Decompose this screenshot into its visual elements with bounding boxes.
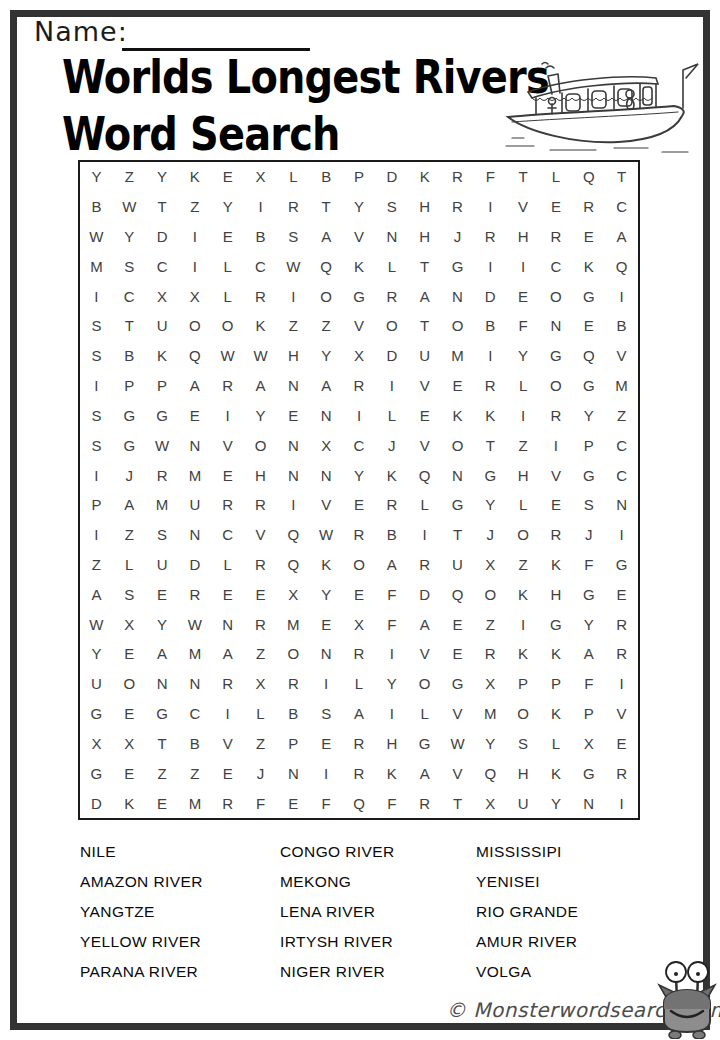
grid-cell[interactable]: X	[113, 609, 146, 639]
grid-cell[interactable]: I	[507, 609, 540, 639]
grid-cell[interactable]: K	[507, 639, 540, 669]
grid-cell[interactable]: E	[146, 579, 179, 609]
grid-cell[interactable]: G	[80, 699, 113, 729]
grid-cell[interactable]: J	[572, 520, 605, 550]
grid-cell[interactable]: X	[244, 669, 277, 699]
grid-cell[interactable]: R	[244, 609, 277, 639]
grid-cell[interactable]: A	[408, 758, 441, 788]
grid-cell[interactable]: N	[277, 430, 310, 460]
grid-cell[interactable]: S	[113, 251, 146, 281]
grid-cell[interactable]: N	[211, 609, 244, 639]
grid-cell[interactable]: L	[343, 669, 376, 699]
grid-cell[interactable]: L	[540, 729, 573, 759]
grid-cell[interactable]: P	[146, 371, 179, 401]
grid-cell[interactable]: F	[572, 550, 605, 580]
grid-cell[interactable]: E	[343, 579, 376, 609]
grid-cell[interactable]: I	[80, 371, 113, 401]
grid-cell[interactable]: I	[244, 192, 277, 222]
grid-cell[interactable]: Z	[80, 550, 113, 580]
grid-cell[interactable]: Y	[507, 341, 540, 371]
grid-cell[interactable]: Z	[113, 520, 146, 550]
grid-cell[interactable]: X	[474, 788, 507, 818]
grid-cell[interactable]: G	[572, 281, 605, 311]
grid-cell[interactable]: R	[277, 192, 310, 222]
grid-cell[interactable]: D	[474, 281, 507, 311]
grid-cell[interactable]: Q	[408, 460, 441, 490]
grid-cell[interactable]: E	[113, 639, 146, 669]
grid-cell[interactable]: Z	[605, 401, 638, 431]
grid-cell[interactable]: G	[80, 758, 113, 788]
grid-cell[interactable]: U	[80, 669, 113, 699]
grid-cell[interactable]: C	[605, 430, 638, 460]
grid-cell[interactable]: D	[408, 579, 441, 609]
grid-cell[interactable]: T	[146, 729, 179, 759]
grid-cell[interactable]: D	[146, 222, 179, 252]
grid-cell[interactable]: B	[113, 341, 146, 371]
grid-cell[interactable]: F	[375, 579, 408, 609]
grid-cell[interactable]: M	[146, 490, 179, 520]
grid-cell[interactable]: L	[408, 490, 441, 520]
grid-cell[interactable]: G	[441, 490, 474, 520]
grid-cell[interactable]: M	[441, 341, 474, 371]
grid-cell[interactable]: N	[540, 311, 573, 341]
grid-cell[interactable]: O	[310, 281, 343, 311]
grid-cell[interactable]: R	[277, 669, 310, 699]
grid-cell[interactable]: C	[211, 520, 244, 550]
grid-cell[interactable]: C	[540, 251, 573, 281]
grid-cell[interactable]: O	[178, 311, 211, 341]
grid-cell[interactable]: K	[408, 162, 441, 192]
grid-cell[interactable]: C	[244, 251, 277, 281]
grid-cell[interactable]: N	[441, 460, 474, 490]
grid-cell[interactable]: L	[277, 162, 310, 192]
grid-cell[interactable]: V	[211, 729, 244, 759]
grid-cell[interactable]: Y	[572, 401, 605, 431]
grid-cell[interactable]: F	[507, 311, 540, 341]
grid-cell[interactable]: M	[277, 609, 310, 639]
grid-cell[interactable]: E	[441, 639, 474, 669]
grid-cell[interactable]: A	[310, 371, 343, 401]
grid-cell[interactable]: I	[178, 222, 211, 252]
grid-cell[interactable]: E	[441, 371, 474, 401]
grid-cell[interactable]: V	[244, 520, 277, 550]
grid-cell[interactable]: E	[211, 222, 244, 252]
grid-cell[interactable]: K	[375, 460, 408, 490]
grid-cell[interactable]: X	[277, 579, 310, 609]
grid-cell[interactable]: P	[277, 729, 310, 759]
grid-cell[interactable]: M	[178, 460, 211, 490]
grid-cell[interactable]: N	[277, 371, 310, 401]
grid-cell[interactable]: T	[441, 520, 474, 550]
grid-cell[interactable]: K	[310, 550, 343, 580]
grid-cell[interactable]: X	[474, 669, 507, 699]
grid-cell[interactable]: X	[310, 430, 343, 460]
grid-cell[interactable]: I	[605, 520, 638, 550]
grid-cell[interactable]: E	[244, 579, 277, 609]
grid-cell[interactable]: G	[441, 669, 474, 699]
grid-cell[interactable]: J	[474, 520, 507, 550]
grid-cell[interactable]: R	[178, 579, 211, 609]
grid-cell[interactable]: E	[211, 758, 244, 788]
grid-cell[interactable]: S	[80, 311, 113, 341]
grid-cell[interactable]: U	[178, 490, 211, 520]
grid-cell[interactable]: X	[178, 281, 211, 311]
grid-cell[interactable]: L	[507, 371, 540, 401]
grid-cell[interactable]: O	[375, 311, 408, 341]
grid-cell[interactable]: N	[441, 281, 474, 311]
grid-cell[interactable]: V	[507, 192, 540, 222]
grid-cell[interactable]: Y	[343, 460, 376, 490]
grid-cell[interactable]: D	[375, 162, 408, 192]
grid-cell[interactable]: Z	[310, 311, 343, 341]
grid-cell[interactable]: R	[343, 639, 376, 669]
grid-cell[interactable]: Y	[244, 401, 277, 431]
grid-cell[interactable]: R	[408, 788, 441, 818]
grid-cell[interactable]: H	[408, 222, 441, 252]
grid-cell[interactable]: B	[375, 520, 408, 550]
grid-cell[interactable]: D	[80, 788, 113, 818]
grid-cell[interactable]: Z	[113, 162, 146, 192]
grid-cell[interactable]: B	[244, 222, 277, 252]
grid-cell[interactable]: O	[507, 520, 540, 550]
grid-cell[interactable]: M	[605, 371, 638, 401]
grid-cell[interactable]: Y	[310, 341, 343, 371]
grid-cell[interactable]: Q	[343, 788, 376, 818]
grid-cell[interactable]: V	[343, 311, 376, 341]
grid-cell[interactable]: I	[310, 669, 343, 699]
grid-cell[interactable]: H	[540, 579, 573, 609]
grid-cell[interactable]: Y	[375, 669, 408, 699]
grid-cell[interactable]: C	[605, 460, 638, 490]
grid-cell[interactable]: A	[408, 609, 441, 639]
grid-cell[interactable]: C	[343, 430, 376, 460]
grid-cell[interactable]: R	[605, 639, 638, 669]
grid-cell[interactable]: A	[211, 639, 244, 669]
grid-cell[interactable]: V	[605, 341, 638, 371]
grid-cell[interactable]: E	[211, 579, 244, 609]
grid-cell[interactable]: O	[540, 281, 573, 311]
grid-cell[interactable]: J	[244, 758, 277, 788]
grid-cell[interactable]: G	[572, 371, 605, 401]
grid-cell[interactable]: T	[605, 162, 638, 192]
grid-cell[interactable]: K	[540, 699, 573, 729]
grid-cell[interactable]: T	[113, 311, 146, 341]
grid-cell[interactable]: A	[113, 490, 146, 520]
grid-cell[interactable]: O	[244, 430, 277, 460]
grid-cell[interactable]: T	[474, 430, 507, 460]
grid-cell[interactable]: X	[343, 341, 376, 371]
grid-cell[interactable]: O	[474, 579, 507, 609]
grid-cell[interactable]: R	[343, 758, 376, 788]
grid-cell[interactable]: Z	[178, 758, 211, 788]
grid-cell[interactable]: T	[146, 192, 179, 222]
grid-cell[interactable]: W	[146, 430, 179, 460]
grid-cell[interactable]: I	[375, 699, 408, 729]
grid-cell[interactable]: U	[146, 311, 179, 341]
grid-cell[interactable]: S	[113, 579, 146, 609]
grid-cell[interactable]: U	[408, 341, 441, 371]
grid-cell[interactable]: I	[211, 699, 244, 729]
grid-cell[interactable]: Z	[244, 639, 277, 669]
grid-cell[interactable]: W	[277, 251, 310, 281]
grid-cell[interactable]: F	[375, 609, 408, 639]
grid-cell[interactable]: N	[572, 788, 605, 818]
grid-cell[interactable]: G	[343, 281, 376, 311]
grid-cell[interactable]: W	[80, 222, 113, 252]
grid-cell[interactable]: R	[244, 550, 277, 580]
grid-cell[interactable]: R	[211, 371, 244, 401]
grid-cell[interactable]: N	[310, 460, 343, 490]
grid-cell[interactable]: B	[80, 192, 113, 222]
grid-cell[interactable]: H	[408, 192, 441, 222]
grid-cell[interactable]: K	[375, 758, 408, 788]
grid-cell[interactable]: R	[244, 490, 277, 520]
grid-cell[interactable]: G	[146, 401, 179, 431]
grid-cell[interactable]: E	[178, 401, 211, 431]
grid-cell[interactable]: I	[474, 251, 507, 281]
grid-cell[interactable]: I	[80, 520, 113, 550]
grid-cell[interactable]: G	[408, 729, 441, 759]
grid-cell[interactable]: Q	[277, 520, 310, 550]
grid-cell[interactable]: O	[343, 550, 376, 580]
grid-cell[interactable]: R	[605, 609, 638, 639]
grid-cell[interactable]: V	[408, 639, 441, 669]
grid-cell[interactable]: Y	[540, 788, 573, 818]
grid-cell[interactable]: R	[211, 788, 244, 818]
grid-cell[interactable]: I	[343, 401, 376, 431]
grid-cell[interactable]: Z	[507, 430, 540, 460]
grid-cell[interactable]: R	[540, 222, 573, 252]
grid-cell[interactable]: A	[408, 281, 441, 311]
grid-cell[interactable]: E	[408, 401, 441, 431]
grid-cell[interactable]: E	[277, 788, 310, 818]
grid-cell[interactable]: X	[146, 281, 179, 311]
grid-cell[interactable]: Q	[474, 758, 507, 788]
grid-cell[interactable]: L	[211, 251, 244, 281]
grid-cell[interactable]: G	[441, 251, 474, 281]
grid-cell[interactable]: Q	[310, 251, 343, 281]
grid-cell[interactable]: F	[474, 162, 507, 192]
grid-cell[interactable]: I	[605, 669, 638, 699]
grid-cell[interactable]: I	[80, 281, 113, 311]
grid-cell[interactable]: I	[277, 281, 310, 311]
grid-cell[interactable]: W	[211, 341, 244, 371]
grid-cell[interactable]: R	[605, 758, 638, 788]
grid-cell[interactable]: I	[408, 520, 441, 550]
grid-cell[interactable]: U	[441, 550, 474, 580]
grid-cell[interactable]: Z	[146, 758, 179, 788]
grid-cell[interactable]: V	[605, 699, 638, 729]
grid-cell[interactable]: S	[146, 520, 179, 550]
grid-cell[interactable]: S	[80, 401, 113, 431]
grid-cell[interactable]: P	[572, 699, 605, 729]
grid-cell[interactable]: A	[244, 371, 277, 401]
grid-cell[interactable]: L	[113, 550, 146, 580]
grid-cell[interactable]: E	[540, 490, 573, 520]
grid-cell[interactable]: X	[244, 162, 277, 192]
grid-cell[interactable]: G	[113, 401, 146, 431]
grid-cell[interactable]: P	[113, 371, 146, 401]
grid-cell[interactable]: A	[178, 371, 211, 401]
grid-cell[interactable]: O	[507, 699, 540, 729]
grid-cell[interactable]: T	[408, 251, 441, 281]
grid-cell[interactable]: E	[277, 401, 310, 431]
grid-cell[interactable]: S	[277, 222, 310, 252]
grid-cell[interactable]: L	[375, 401, 408, 431]
grid-cell[interactable]: E	[211, 162, 244, 192]
grid-cell[interactable]: R	[343, 371, 376, 401]
grid-cell[interactable]: W	[441, 729, 474, 759]
grid-cell[interactable]: S	[310, 699, 343, 729]
grid-cell[interactable]: V	[211, 430, 244, 460]
grid-cell[interactable]: W	[113, 192, 146, 222]
grid-cell[interactable]: N	[605, 490, 638, 520]
grid-cell[interactable]: K	[540, 758, 573, 788]
grid-cell[interactable]: V	[408, 430, 441, 460]
grid-cell[interactable]: A	[80, 579, 113, 609]
grid-cell[interactable]: L	[244, 699, 277, 729]
grid-cell[interactable]: Z	[474, 609, 507, 639]
grid-cell[interactable]: Y	[80, 639, 113, 669]
grid-cell[interactable]: A	[605, 222, 638, 252]
grid-cell[interactable]: R	[540, 401, 573, 431]
grid-cell[interactable]: G	[146, 699, 179, 729]
grid-cell[interactable]: S	[80, 430, 113, 460]
grid-cell[interactable]: F	[572, 669, 605, 699]
grid-cell[interactable]: M	[474, 699, 507, 729]
grid-cell[interactable]: F	[310, 788, 343, 818]
grid-cell[interactable]: R	[408, 550, 441, 580]
grid-cell[interactable]: J	[441, 222, 474, 252]
grid-cell[interactable]: I	[375, 639, 408, 669]
grid-cell[interactable]: U	[507, 788, 540, 818]
grid-cell[interactable]: E	[540, 192, 573, 222]
grid-cell[interactable]: E	[310, 729, 343, 759]
grid-cell[interactable]: N	[277, 758, 310, 788]
grid-cell[interactable]: V	[540, 460, 573, 490]
grid-cell[interactable]: R	[441, 192, 474, 222]
grid-cell[interactable]: O	[441, 430, 474, 460]
grid-cell[interactable]: Q	[441, 579, 474, 609]
grid-cell[interactable]: B	[605, 311, 638, 341]
grid-cell[interactable]: F	[375, 788, 408, 818]
grid-cell[interactable]: I	[605, 281, 638, 311]
grid-cell[interactable]: K	[178, 162, 211, 192]
grid-cell[interactable]: Y	[211, 192, 244, 222]
grid-cell[interactable]: W	[310, 520, 343, 550]
grid-cell[interactable]: R	[474, 222, 507, 252]
grid-cell[interactable]: G	[113, 430, 146, 460]
grid-cell[interactable]: H	[507, 222, 540, 252]
grid-cell[interactable]: N	[310, 639, 343, 669]
grid-cell[interactable]: X	[80, 729, 113, 759]
grid-cell[interactable]: O	[441, 311, 474, 341]
grid-cell[interactable]: E	[605, 729, 638, 759]
grid-cell[interactable]: E	[605, 579, 638, 609]
grid-cell[interactable]: K	[540, 550, 573, 580]
grid-cell[interactable]: I	[310, 758, 343, 788]
grid-cell[interactable]: S	[80, 341, 113, 371]
grid-cell[interactable]: Z	[507, 550, 540, 580]
grid-cell[interactable]: X	[343, 609, 376, 639]
grid-cell[interactable]: V	[441, 758, 474, 788]
grid-cell[interactable]: W	[178, 609, 211, 639]
grid-cell[interactable]: R	[146, 460, 179, 490]
grid-cell[interactable]: R	[441, 162, 474, 192]
grid-cell[interactable]: C	[178, 699, 211, 729]
grid-cell[interactable]: E	[343, 490, 376, 520]
grid-cell[interactable]: H	[507, 758, 540, 788]
grid-cell[interactable]: P	[540, 669, 573, 699]
grid-cell[interactable]: N	[310, 401, 343, 431]
grid-cell[interactable]: N	[178, 430, 211, 460]
grid-cell[interactable]: O	[540, 371, 573, 401]
grid-cell[interactable]: K	[441, 401, 474, 431]
grid-cell[interactable]: O	[408, 669, 441, 699]
grid-cell[interactable]: B	[474, 311, 507, 341]
grid-cell[interactable]: H	[277, 341, 310, 371]
grid-cell[interactable]: R	[211, 669, 244, 699]
grid-cell[interactable]: B	[277, 699, 310, 729]
grid-cell[interactable]: K	[343, 251, 376, 281]
grid-cell[interactable]: W	[244, 341, 277, 371]
grid-cell[interactable]: Y	[113, 222, 146, 252]
grid-cell[interactable]: A	[343, 699, 376, 729]
grid-cell[interactable]: H	[244, 460, 277, 490]
grid-cell[interactable]: I	[211, 401, 244, 431]
grid-cell[interactable]: T	[441, 788, 474, 818]
grid-cell[interactable]: I	[474, 192, 507, 222]
grid-cell[interactable]: K	[244, 311, 277, 341]
grid-cell[interactable]: Y	[343, 192, 376, 222]
grid-cell[interactable]: L	[507, 490, 540, 520]
grid-cell[interactable]: E	[572, 222, 605, 252]
grid-cell[interactable]: G	[540, 341, 573, 371]
grid-cell[interactable]: I	[80, 460, 113, 490]
grid-cell[interactable]: A	[310, 222, 343, 252]
grid-cell[interactable]: M	[80, 251, 113, 281]
grid-cell[interactable]: K	[113, 788, 146, 818]
grid-cell[interactable]: Y	[80, 162, 113, 192]
grid-cell[interactable]: E	[113, 699, 146, 729]
grid-cell[interactable]: G	[540, 609, 573, 639]
grid-cell[interactable]: Q	[605, 251, 638, 281]
grid-cell[interactable]: C	[146, 251, 179, 281]
grid-cell[interactable]: U	[146, 550, 179, 580]
grid-cell[interactable]: E	[146, 788, 179, 818]
grid-cell[interactable]: S	[572, 490, 605, 520]
grid-cell[interactable]: K	[572, 251, 605, 281]
grid-cell[interactable]: G	[572, 758, 605, 788]
grid-cell[interactable]: Y	[146, 609, 179, 639]
grid-cell[interactable]: A	[146, 639, 179, 669]
grid-cell[interactable]: K	[146, 341, 179, 371]
grid-cell[interactable]: Q	[277, 550, 310, 580]
grid-cell[interactable]: P	[572, 430, 605, 460]
grid-cell[interactable]: Y	[310, 579, 343, 609]
grid-cell[interactable]: X	[474, 550, 507, 580]
grid-cell[interactable]: Y	[474, 729, 507, 759]
grid-cell[interactable]: P	[507, 669, 540, 699]
grid-cell[interactable]: N	[178, 520, 211, 550]
grid-cell[interactable]: Y	[572, 609, 605, 639]
grid-cell[interactable]: I	[507, 401, 540, 431]
grid-cell[interactable]: N	[178, 669, 211, 699]
grid-cell[interactable]: W	[80, 609, 113, 639]
grid-cell[interactable]: V	[310, 490, 343, 520]
grid-cell[interactable]: Y	[474, 490, 507, 520]
grid-cell[interactable]: R	[375, 490, 408, 520]
